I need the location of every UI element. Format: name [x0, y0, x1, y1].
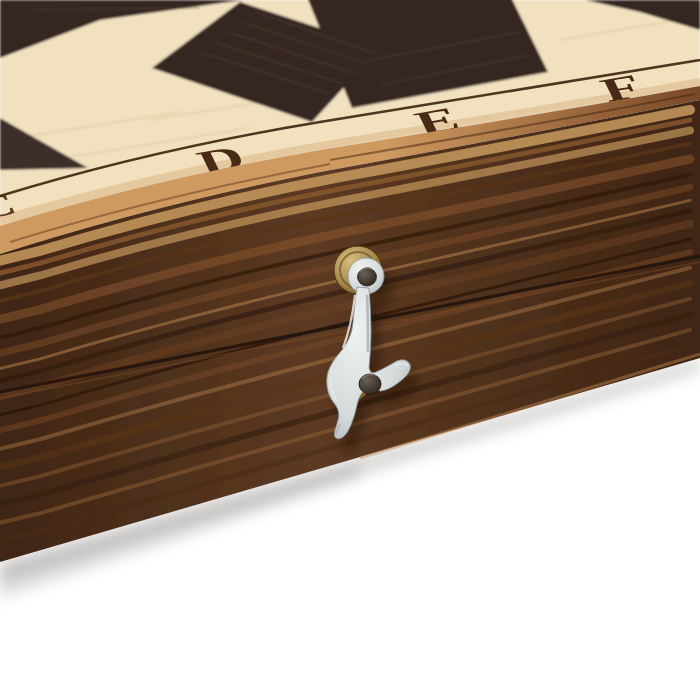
- screw-bottom: [359, 374, 381, 394]
- chess-box-photo: C D E F: [0, 0, 700, 700]
- chessboard-photo-canvas: C D E F: [0, 0, 700, 700]
